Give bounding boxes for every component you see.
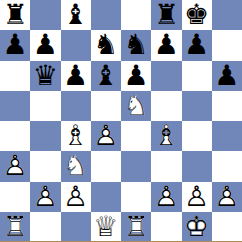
piece-outline-layer: ♖ [0, 212, 30, 242]
square-g6[interactable] [182, 61, 212, 91]
square-b3[interactable] [30, 151, 60, 181]
piece-glyph: ♟ [61, 61, 91, 91]
piece-black-pawn[interactable]: ♟ [121, 61, 151, 91]
square-c1[interactable] [61, 212, 91, 242]
piece-white-pawn[interactable]: ♟♙ [30, 182, 60, 212]
square-f8[interactable]: ♜ [151, 0, 181, 30]
square-d3[interactable] [91, 151, 121, 181]
square-b8[interactable] [30, 0, 60, 30]
piece-white-rook[interactable]: ♜♖ [121, 212, 151, 242]
piece-outline-layer: ♙ [0, 151, 30, 181]
piece-white-pawn[interactable]: ♟♙ [61, 182, 91, 212]
piece-outline-layer: ♖ [121, 212, 151, 242]
square-d5[interactable] [91, 91, 121, 121]
piece-glyph: ♟ [182, 30, 212, 60]
square-a5[interactable] [0, 91, 30, 121]
piece-glyph: ♜ [0, 0, 30, 30]
square-g2[interactable]: ♟♙ [182, 182, 212, 212]
square-g7[interactable]: ♟ [182, 30, 212, 60]
piece-black-pawn[interactable]: ♟ [151, 30, 181, 60]
square-b4[interactable] [30, 121, 60, 151]
piece-glyph: ♟ [0, 30, 30, 60]
square-e1[interactable]: ♜♖ [121, 212, 151, 242]
square-f3[interactable] [151, 151, 181, 181]
square-a4[interactable] [0, 121, 30, 151]
square-h8[interactable] [212, 0, 242, 30]
piece-glyph: ♛ [30, 61, 60, 91]
square-g8[interactable]: ♚ [182, 0, 212, 30]
square-f2[interactable]: ♟♙ [151, 182, 181, 212]
piece-outline-layer: ♗ [151, 121, 181, 151]
piece-fill-layer: ♟ [30, 182, 60, 212]
square-h1[interactable] [212, 212, 242, 242]
square-c3[interactable]: ♞♘ [61, 151, 91, 181]
square-e8[interactable] [121, 0, 151, 30]
piece-white-king[interactable]: ♚♔ [182, 212, 212, 242]
square-e5[interactable]: ♞♘ [121, 91, 151, 121]
square-d7[interactable]: ♞ [91, 30, 121, 60]
square-g3[interactable] [182, 151, 212, 181]
square-f6[interactable] [151, 61, 181, 91]
piece-fill-layer: ♜ [0, 212, 30, 242]
piece-black-knight[interactable]: ♞ [91, 30, 121, 60]
piece-outline-layer: ♙ [182, 182, 212, 212]
piece-black-bishop[interactable]: ♝ [91, 61, 121, 91]
piece-outline-layer: ♕ [91, 212, 121, 242]
square-d4[interactable]: ♟♙ [91, 121, 121, 151]
square-f1[interactable] [151, 212, 181, 242]
square-e3[interactable] [121, 151, 151, 181]
square-a8[interactable]: ♜ [0, 0, 30, 30]
square-a7[interactable]: ♟ [0, 30, 30, 60]
piece-white-bishop[interactable]: ♝♗ [151, 121, 181, 151]
piece-fill-layer: ♞ [61, 151, 91, 181]
square-d2[interactable] [91, 182, 121, 212]
piece-black-bishop[interactable]: ♝ [61, 0, 91, 30]
piece-white-pawn[interactable]: ♟♙ [212, 182, 242, 212]
piece-white-queen[interactable]: ♛♕ [91, 212, 121, 242]
piece-outline-layer: ♙ [91, 121, 121, 151]
piece-outline-layer: ♗ [61, 121, 91, 151]
piece-glyph: ♝ [91, 61, 121, 91]
piece-glyph: ♟ [151, 30, 181, 60]
square-c4[interactable]: ♝♗ [61, 121, 91, 151]
piece-black-knight[interactable]: ♞ [121, 30, 151, 60]
square-h3[interactable] [212, 151, 242, 181]
piece-outline-layer: ♘ [121, 91, 151, 121]
square-b2[interactable]: ♟♙ [30, 182, 60, 212]
piece-outline-layer: ♙ [61, 182, 91, 212]
piece-fill-layer: ♚ [182, 212, 212, 242]
square-g5[interactable] [182, 91, 212, 121]
square-b1[interactable] [30, 212, 60, 242]
square-h7[interactable] [212, 30, 242, 60]
square-b7[interactable]: ♟ [30, 30, 60, 60]
square-e4[interactable] [121, 121, 151, 151]
piece-black-pawn[interactable]: ♟ [0, 30, 30, 60]
square-c6[interactable]: ♟ [61, 61, 91, 91]
square-b5[interactable] [30, 91, 60, 121]
square-g4[interactable] [182, 121, 212, 151]
piece-white-rook[interactable]: ♜♖ [0, 212, 30, 242]
square-h6[interactable]: ♟ [212, 61, 242, 91]
chess-board-container: ♜♝♜♚♟♟♞♞♟♟♛♟♝♟♟♞♘♝♗♟♙♝♗♟♙♞♘♟♙♟♙♟♙♟♙♟♙♜♖♛… [0, 0, 242, 242]
piece-outline-layer: ♙ [30, 182, 60, 212]
square-f7[interactable]: ♟ [151, 30, 181, 60]
square-f5[interactable] [151, 91, 181, 121]
piece-glyph: ♞ [91, 30, 121, 60]
piece-glyph: ♟ [212, 61, 242, 91]
square-d6[interactable]: ♝ [91, 61, 121, 91]
piece-glyph: ♚ [182, 0, 212, 30]
piece-fill-layer: ♝ [61, 121, 91, 151]
piece-white-knight[interactable]: ♞♘ [121, 91, 151, 121]
piece-glyph: ♞ [121, 30, 151, 60]
square-b6[interactable]: ♛ [30, 61, 60, 91]
piece-outline-layer: ♘ [61, 151, 91, 181]
piece-glyph: ♟ [121, 61, 151, 91]
piece-fill-layer: ♝ [151, 121, 181, 151]
piece-fill-layer: ♟ [0, 151, 30, 181]
chess-board: ♜♝♜♚♟♟♞♞♟♟♛♟♝♟♟♞♘♝♗♟♙♝♗♟♙♞♘♟♙♟♙♟♙♟♙♟♙♜♖♛… [0, 0, 242, 242]
square-d8[interactable] [91, 0, 121, 30]
square-h4[interactable] [212, 121, 242, 151]
square-a2[interactable] [0, 182, 30, 212]
piece-white-pawn[interactable]: ♟♙ [182, 182, 212, 212]
piece-fill-layer: ♛ [91, 212, 121, 242]
piece-black-rook[interactable]: ♜ [151, 0, 181, 30]
square-c8[interactable]: ♝ [61, 0, 91, 30]
piece-fill-layer: ♞ [121, 91, 151, 121]
square-a3[interactable]: ♟♙ [0, 151, 30, 181]
piece-black-pawn[interactable]: ♟ [30, 30, 60, 60]
piece-white-knight[interactable]: ♞♘ [61, 151, 91, 181]
square-a6[interactable] [0, 61, 30, 91]
piece-white-bishop[interactable]: ♝♗ [61, 121, 91, 151]
square-d1[interactable]: ♛♕ [91, 212, 121, 242]
piece-fill-layer: ♟ [182, 182, 212, 212]
square-f4[interactable]: ♝♗ [151, 121, 181, 151]
piece-outline-layer: ♙ [151, 182, 181, 212]
square-c7[interactable] [61, 30, 91, 60]
square-a1[interactable]: ♜♖ [0, 212, 30, 242]
piece-black-king[interactable]: ♚ [182, 0, 212, 30]
square-e6[interactable]: ♟ [121, 61, 151, 91]
piece-outline-layer: ♔ [182, 212, 212, 242]
piece-black-rook[interactable]: ♜ [0, 0, 30, 30]
piece-fill-layer: ♜ [121, 212, 151, 242]
square-e7[interactable]: ♞ [121, 30, 151, 60]
square-g1[interactable]: ♚♔ [182, 212, 212, 242]
square-c5[interactable] [61, 91, 91, 121]
square-c2[interactable]: ♟♙ [61, 182, 91, 212]
piece-fill-layer: ♟ [91, 121, 121, 151]
piece-outline-layer: ♙ [212, 182, 242, 212]
piece-black-queen[interactable]: ♛ [30, 61, 60, 91]
piece-fill-layer: ♟ [212, 182, 242, 212]
piece-glyph: ♝ [61, 0, 91, 30]
piece-white-pawn[interactable]: ♟♙ [151, 182, 181, 212]
piece-black-pawn[interactable]: ♟ [182, 30, 212, 60]
square-h2[interactable]: ♟♙ [212, 182, 242, 212]
piece-fill-layer: ♟ [151, 182, 181, 212]
piece-white-pawn[interactable]: ♟♙ [0, 151, 30, 181]
square-e2[interactable] [121, 182, 151, 212]
piece-white-pawn[interactable]: ♟♙ [91, 121, 121, 151]
piece-fill-layer: ♟ [61, 182, 91, 212]
piece-glyph: ♟ [30, 30, 60, 60]
piece-black-pawn[interactable]: ♟ [61, 61, 91, 91]
piece-black-pawn[interactable]: ♟ [212, 61, 242, 91]
square-h5[interactable] [212, 91, 242, 121]
piece-glyph: ♜ [151, 0, 181, 30]
